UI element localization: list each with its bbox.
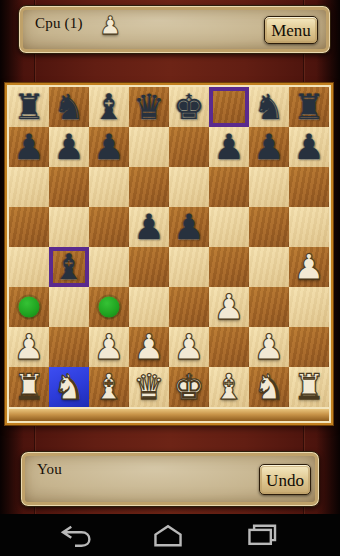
square-f8[interactable] [209, 87, 249, 127]
android-nav-bar [0, 514, 340, 556]
cpu-player-label: Cpu (1) [35, 15, 83, 32]
square-g8[interactable]: ♞ [249, 87, 289, 127]
square-h7[interactable]: ♟ [289, 127, 329, 167]
legal-move-dot-c3[interactable] [99, 297, 120, 318]
square-d3[interactable] [129, 287, 169, 327]
square-f2[interactable] [209, 327, 249, 367]
square-d1[interactable]: ♛ [129, 367, 169, 407]
chess-board: ♜♞♝♛♚♞♜♟♟♟♟♟♟♟♟♝♟♟♟♟♟♟♟♜♞♝♛♚♝♞♜ [9, 87, 329, 407]
square-c2[interactable]: ♟ [89, 327, 129, 367]
white-pawn: ♟ [129, 327, 169, 367]
square-a5[interactable] [9, 207, 49, 247]
black-pawn: ♟ [209, 127, 249, 167]
square-b6[interactable] [49, 167, 89, 207]
square-e7[interactable] [169, 127, 209, 167]
square-a8[interactable]: ♜ [9, 87, 49, 127]
board-bottom-rail [9, 407, 329, 421]
white-king: ♚ [169, 367, 209, 407]
you-player-label: You [37, 461, 62, 478]
square-h3[interactable] [289, 287, 329, 327]
square-a7[interactable]: ♟ [9, 127, 49, 167]
white-queen: ♛ [129, 367, 169, 407]
square-g2[interactable]: ♟ [249, 327, 289, 367]
white-knight: ♞ [49, 367, 89, 407]
square-c6[interactable] [89, 167, 129, 207]
square-d7[interactable] [129, 127, 169, 167]
square-b8[interactable]: ♞ [49, 87, 89, 127]
square-c1[interactable]: ♝ [89, 367, 129, 407]
square-f6[interactable] [209, 167, 249, 207]
square-d5[interactable]: ♟ [129, 207, 169, 247]
white-pawn: ♟ [209, 287, 249, 327]
white-knight: ♞ [249, 367, 289, 407]
white-bishop: ♝ [209, 367, 249, 407]
square-g3[interactable] [249, 287, 289, 327]
square-h8[interactable]: ♜ [289, 87, 329, 127]
square-d6[interactable] [129, 167, 169, 207]
white-pawn: ♟ [9, 327, 49, 367]
square-e5[interactable]: ♟ [169, 207, 209, 247]
square-c3[interactable] [89, 287, 129, 327]
square-g6[interactable] [249, 167, 289, 207]
square-b3[interactable] [49, 287, 89, 327]
square-b1[interactable]: ♞ [49, 367, 89, 407]
square-c5[interactable] [89, 207, 129, 247]
square-f4[interactable] [209, 247, 249, 287]
square-b2[interactable] [49, 327, 89, 367]
square-d8[interactable]: ♛ [129, 87, 169, 127]
square-a4[interactable] [9, 247, 49, 287]
app-screen: Cpu (1) ♟ Menu ♜♞♝♛♚♞♜♟♟♟♟♟♟♟♟♝♟♟♟♟♟♟♟♜♞… [0, 0, 340, 556]
square-d2[interactable]: ♟ [129, 327, 169, 367]
black-pawn: ♟ [89, 127, 129, 167]
square-g5[interactable] [249, 207, 289, 247]
black-pawn: ♟ [129, 207, 169, 247]
square-e6[interactable] [169, 167, 209, 207]
black-pawn: ♟ [289, 127, 329, 167]
square-h5[interactable] [289, 207, 329, 247]
back-icon[interactable] [57, 522, 93, 548]
white-pawn: ♟ [89, 327, 129, 367]
square-c8[interactable]: ♝ [89, 87, 129, 127]
square-d4[interactable] [129, 247, 169, 287]
square-c4[interactable] [89, 247, 129, 287]
black-rook: ♜ [9, 87, 49, 127]
square-f5[interactable] [209, 207, 249, 247]
square-h6[interactable] [289, 167, 329, 207]
square-a1[interactable]: ♜ [9, 367, 49, 407]
black-knight: ♞ [249, 87, 289, 127]
square-e8[interactable]: ♚ [169, 87, 209, 127]
square-h2[interactable] [289, 327, 329, 367]
black-bishop: ♝ [89, 87, 129, 127]
black-rook: ♜ [289, 87, 329, 127]
black-pawn: ♟ [169, 207, 209, 247]
home-icon[interactable] [150, 522, 186, 548]
undo-button[interactable]: Undo [259, 464, 311, 495]
white-bishop: ♝ [89, 367, 129, 407]
square-e3[interactable] [169, 287, 209, 327]
square-a2[interactable]: ♟ [9, 327, 49, 367]
white-pawn: ♟ [249, 327, 289, 367]
cpu-player-bar: Cpu (1) ♟ Menu [18, 5, 331, 54]
black-pawn: ♟ [49, 127, 89, 167]
square-e4[interactable] [169, 247, 209, 287]
square-f1[interactable]: ♝ [209, 367, 249, 407]
square-a3[interactable] [9, 287, 49, 327]
black-knight: ♞ [49, 87, 89, 127]
black-queen: ♛ [129, 87, 169, 127]
square-e1[interactable]: ♚ [169, 367, 209, 407]
square-c7[interactable]: ♟ [89, 127, 129, 167]
chess-board-frame: ♜♞♝♛♚♞♜♟♟♟♟♟♟♟♟♝♟♟♟♟♟♟♟♜♞♝♛♚♝♞♜ [5, 83, 333, 425]
square-g7[interactable]: ♟ [249, 127, 289, 167]
square-g1[interactable]: ♞ [249, 367, 289, 407]
you-player-bar: You Undo [20, 451, 320, 507]
square-e2[interactable]: ♟ [169, 327, 209, 367]
black-pawn: ♟ [9, 127, 49, 167]
white-pawn-icon: ♟ [99, 12, 121, 40]
square-b4[interactable]: ♝ [49, 247, 89, 287]
white-pawn: ♟ [289, 247, 329, 287]
white-pawn: ♟ [169, 327, 209, 367]
recents-icon[interactable] [244, 522, 280, 548]
chess-board-inner: ♜♞♝♛♚♞♜♟♟♟♟♟♟♟♟♝♟♟♟♟♟♟♟♜♞♝♛♚♝♞♜ [7, 85, 331, 423]
black-bishop: ♝ [49, 247, 89, 287]
square-a6[interactable] [9, 167, 49, 207]
square-f3[interactable]: ♟ [209, 287, 249, 327]
menu-button[interactable]: Menu [264, 16, 318, 44]
square-g4[interactable] [249, 247, 289, 287]
square-h4[interactable]: ♟ [289, 247, 329, 287]
square-b5[interactable] [49, 207, 89, 247]
legal-move-dot-a3[interactable] [19, 297, 40, 318]
square-b7[interactable]: ♟ [49, 127, 89, 167]
white-rook: ♜ [289, 367, 329, 407]
square-f7[interactable]: ♟ [209, 127, 249, 167]
square-h1[interactable]: ♜ [289, 367, 329, 407]
black-king: ♚ [169, 87, 209, 127]
white-rook: ♜ [9, 367, 49, 407]
black-pawn: ♟ [249, 127, 289, 167]
